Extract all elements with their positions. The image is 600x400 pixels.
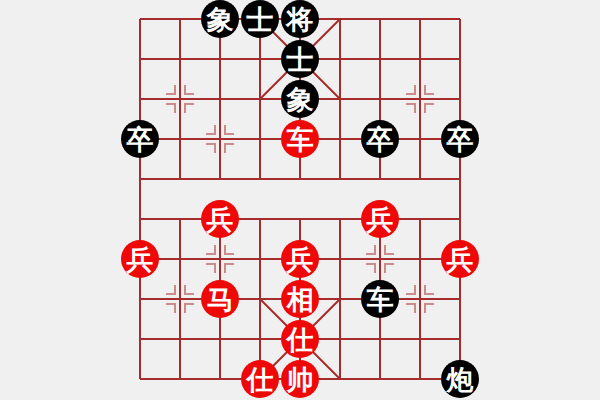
point-2-9[interactable] bbox=[200, 359, 240, 399]
point-1-0[interactable] bbox=[160, 0, 200, 39]
piece-black-elephant[interactable]: 象 bbox=[281, 80, 319, 118]
point-3-2[interactable] bbox=[240, 79, 280, 119]
point-0-4[interactable] bbox=[120, 159, 160, 199]
point-8-7[interactable] bbox=[440, 279, 480, 319]
piece-black-general[interactable]: 将 bbox=[281, 0, 319, 38]
point-5-3[interactable] bbox=[320, 119, 360, 159]
piece-red-soldier[interactable]: 兵 bbox=[361, 200, 399, 238]
point-3-3[interactable] bbox=[240, 119, 280, 159]
point-7-7[interactable] bbox=[400, 279, 440, 319]
piece-red-soldier[interactable]: 兵 bbox=[121, 240, 159, 278]
point-8-5[interactable] bbox=[440, 199, 480, 239]
point-8-3[interactable]: 卒 bbox=[440, 119, 480, 159]
piece-black-advisor[interactable]: 士 bbox=[241, 0, 279, 38]
piece-red-general[interactable]: 帅 bbox=[281, 360, 319, 398]
point-1-8[interactable] bbox=[160, 319, 200, 359]
point-5-6[interactable] bbox=[320, 239, 360, 279]
piece-red-soldier[interactable]: 兵 bbox=[201, 200, 239, 238]
point-7-4[interactable] bbox=[400, 159, 440, 199]
point-8-8[interactable] bbox=[440, 319, 480, 359]
point-2-4[interactable] bbox=[200, 159, 240, 199]
point-7-1[interactable] bbox=[400, 39, 440, 79]
point-3-1[interactable] bbox=[240, 39, 280, 79]
board-area: 象士将士象卒车卒卒兵兵兵兵兵马相车仕仕帅炮 bbox=[0, 0, 600, 400]
point-4-7[interactable]: 相 bbox=[280, 279, 320, 319]
point-1-3[interactable] bbox=[160, 119, 200, 159]
point-0-7[interactable] bbox=[120, 279, 160, 319]
point-1-2[interactable] bbox=[160, 79, 200, 119]
point-7-5[interactable] bbox=[400, 199, 440, 239]
point-5-8[interactable] bbox=[320, 319, 360, 359]
point-7-0[interactable] bbox=[400, 0, 440, 39]
point-6-1[interactable] bbox=[360, 39, 400, 79]
point-4-2[interactable]: 象 bbox=[280, 79, 320, 119]
point-7-2[interactable] bbox=[400, 79, 440, 119]
point-3-4[interactable] bbox=[240, 159, 280, 199]
point-2-7[interactable]: 马 bbox=[200, 279, 240, 319]
point-8-4[interactable] bbox=[440, 159, 480, 199]
point-5-7[interactable] bbox=[320, 279, 360, 319]
piece-black-soldier[interactable]: 卒 bbox=[121, 120, 159, 158]
point-1-5[interactable] bbox=[160, 199, 200, 239]
point-4-0[interactable]: 将 bbox=[280, 0, 320, 39]
point-0-5[interactable] bbox=[120, 199, 160, 239]
point-3-8[interactable] bbox=[240, 319, 280, 359]
point-3-7[interactable] bbox=[240, 279, 280, 319]
point-3-0[interactable]: 士 bbox=[240, 0, 280, 39]
point-2-6[interactable] bbox=[200, 239, 240, 279]
point-2-0[interactable]: 象 bbox=[200, 0, 240, 39]
point-5-5[interactable] bbox=[320, 199, 360, 239]
point-5-4[interactable] bbox=[320, 159, 360, 199]
point-7-3[interactable] bbox=[400, 119, 440, 159]
point-0-3[interactable]: 卒 bbox=[120, 119, 160, 159]
piece-black-chariot[interactable]: 车 bbox=[361, 280, 399, 318]
point-0-8[interactable] bbox=[120, 319, 160, 359]
point-7-9[interactable] bbox=[400, 359, 440, 399]
point-6-7[interactable]: 车 bbox=[360, 279, 400, 319]
point-6-6[interactable] bbox=[360, 239, 400, 279]
point-4-3[interactable]: 车 bbox=[280, 119, 320, 159]
point-5-0[interactable] bbox=[320, 0, 360, 39]
piece-red-advisor[interactable]: 仕 bbox=[241, 360, 279, 398]
point-0-6[interactable]: 兵 bbox=[120, 239, 160, 279]
point-2-2[interactable] bbox=[200, 79, 240, 119]
point-2-8[interactable] bbox=[200, 319, 240, 359]
point-1-7[interactable] bbox=[160, 279, 200, 319]
point-2-5[interactable]: 兵 bbox=[200, 199, 240, 239]
piece-black-elephant[interactable]: 象 bbox=[201, 0, 239, 38]
point-5-1[interactable] bbox=[320, 39, 360, 79]
point-8-9[interactable]: 炮 bbox=[440, 359, 480, 399]
point-3-6[interactable] bbox=[240, 239, 280, 279]
point-6-4[interactable] bbox=[360, 159, 400, 199]
piece-red-soldier[interactable]: 兵 bbox=[281, 240, 319, 278]
point-8-6[interactable]: 兵 bbox=[440, 239, 480, 279]
point-4-5[interactable] bbox=[280, 199, 320, 239]
point-1-6[interactable] bbox=[160, 239, 200, 279]
point-3-9[interactable]: 仕 bbox=[240, 359, 280, 399]
point-1-4[interactable] bbox=[160, 159, 200, 199]
point-6-9[interactable] bbox=[360, 359, 400, 399]
piece-red-elephant[interactable]: 相 bbox=[281, 280, 319, 318]
point-2-1[interactable] bbox=[200, 39, 240, 79]
piece-red-chariot[interactable]: 车 bbox=[281, 120, 319, 158]
point-1-1[interactable] bbox=[160, 39, 200, 79]
point-4-8[interactable]: 仕 bbox=[280, 319, 320, 359]
piece-black-soldier[interactable]: 卒 bbox=[361, 120, 399, 158]
point-4-1[interactable]: 士 bbox=[280, 39, 320, 79]
piece-red-soldier[interactable]: 兵 bbox=[441, 240, 479, 278]
point-0-2[interactable] bbox=[120, 79, 160, 119]
piece-red-advisor[interactable]: 仕 bbox=[281, 320, 319, 358]
piece-red-horse[interactable]: 马 bbox=[201, 280, 239, 318]
point-8-2[interactable] bbox=[440, 79, 480, 119]
point-4-9[interactable]: 帅 bbox=[280, 359, 320, 399]
point-6-0[interactable] bbox=[360, 0, 400, 39]
point-0-9[interactable] bbox=[120, 359, 160, 399]
point-4-4[interactable] bbox=[280, 159, 320, 199]
point-6-8[interactable] bbox=[360, 319, 400, 359]
point-5-2[interactable] bbox=[320, 79, 360, 119]
point-3-5[interactable] bbox=[240, 199, 280, 239]
point-7-8[interactable] bbox=[400, 319, 440, 359]
piece-black-cannon[interactable]: 炮 bbox=[441, 360, 479, 398]
piece-black-soldier[interactable]: 卒 bbox=[441, 120, 479, 158]
point-7-6[interactable] bbox=[400, 239, 440, 279]
point-1-9[interactable] bbox=[160, 359, 200, 399]
xiangqi-board: 象士将士象卒车卒卒兵兵兵兵兵马相车仕仕帅炮 bbox=[120, 0, 480, 399]
point-2-3[interactable] bbox=[200, 119, 240, 159]
point-0-1[interactable] bbox=[120, 39, 160, 79]
point-4-6[interactable]: 兵 bbox=[280, 239, 320, 279]
point-6-3[interactable]: 卒 bbox=[360, 119, 400, 159]
point-6-5[interactable]: 兵 bbox=[360, 199, 400, 239]
point-6-2[interactable] bbox=[360, 79, 400, 119]
point-8-1[interactable] bbox=[440, 39, 480, 79]
point-0-0[interactable] bbox=[120, 0, 160, 39]
point-5-9[interactable] bbox=[320, 359, 360, 399]
piece-black-advisor[interactable]: 士 bbox=[281, 40, 319, 78]
point-8-0[interactable] bbox=[440, 0, 480, 39]
